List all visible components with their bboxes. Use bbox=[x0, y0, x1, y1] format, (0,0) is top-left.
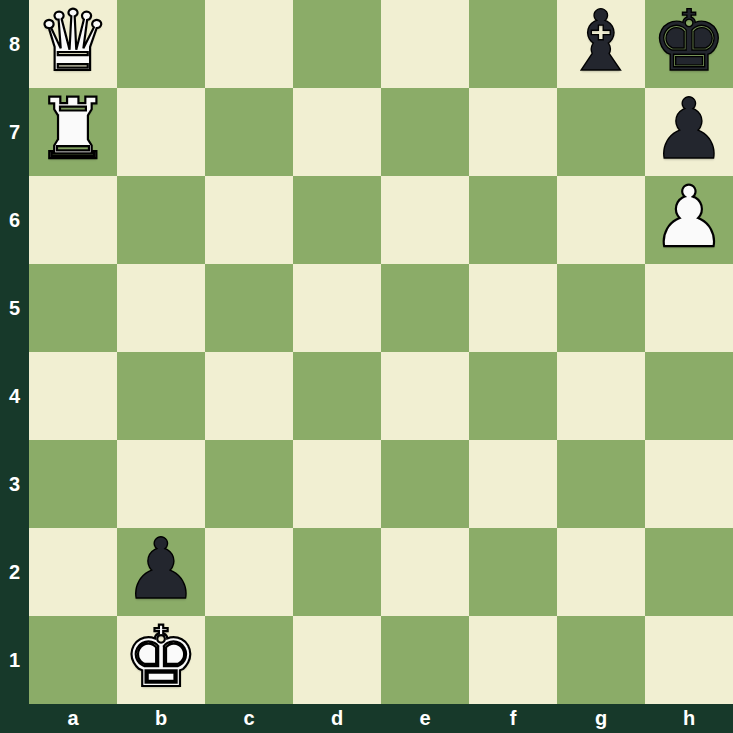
file-label-e: e bbox=[381, 704, 469, 733]
rank-label-6: 6 bbox=[0, 176, 29, 264]
file-label-a: a bbox=[29, 704, 117, 733]
square-b7[interactable] bbox=[117, 88, 205, 176]
square-b6[interactable] bbox=[117, 176, 205, 264]
square-h5[interactable] bbox=[645, 264, 733, 352]
square-g6[interactable] bbox=[557, 176, 645, 264]
square-g3[interactable] bbox=[557, 440, 645, 528]
rank-label-1: 1 bbox=[0, 616, 29, 704]
piece-black-pawn[interactable]: ♟ bbox=[651, 85, 726, 173]
square-d6[interactable] bbox=[293, 176, 381, 264]
square-f4[interactable] bbox=[469, 352, 557, 440]
square-h1[interactable] bbox=[645, 616, 733, 704]
square-e3[interactable] bbox=[381, 440, 469, 528]
file-label-h: h bbox=[645, 704, 733, 733]
square-b4[interactable] bbox=[117, 352, 205, 440]
square-a1[interactable] bbox=[29, 616, 117, 704]
square-d5[interactable] bbox=[293, 264, 381, 352]
square-f7[interactable] bbox=[469, 88, 557, 176]
square-f3[interactable] bbox=[469, 440, 557, 528]
square-h8[interactable]: ♚ bbox=[645, 0, 733, 88]
square-e5[interactable] bbox=[381, 264, 469, 352]
square-g7[interactable] bbox=[557, 88, 645, 176]
square-f6[interactable] bbox=[469, 176, 557, 264]
square-c8[interactable] bbox=[205, 0, 293, 88]
square-h3[interactable] bbox=[645, 440, 733, 528]
square-g5[interactable] bbox=[557, 264, 645, 352]
file-labels: abcdefgh bbox=[29, 704, 733, 733]
rank-label-3: 3 bbox=[0, 440, 29, 528]
square-g8[interactable]: ♝ bbox=[557, 0, 645, 88]
square-d4[interactable] bbox=[293, 352, 381, 440]
square-e7[interactable] bbox=[381, 88, 469, 176]
file-label-d: d bbox=[293, 704, 381, 733]
square-c7[interactable] bbox=[205, 88, 293, 176]
square-a4[interactable] bbox=[29, 352, 117, 440]
square-f5[interactable] bbox=[469, 264, 557, 352]
square-e4[interactable] bbox=[381, 352, 469, 440]
square-a8[interactable]: ♛ bbox=[29, 0, 117, 88]
square-e1[interactable] bbox=[381, 616, 469, 704]
square-g1[interactable] bbox=[557, 616, 645, 704]
square-f2[interactable] bbox=[469, 528, 557, 616]
square-f8[interactable] bbox=[469, 0, 557, 88]
square-d7[interactable] bbox=[293, 88, 381, 176]
piece-black-king[interactable]: ♚ bbox=[651, 0, 726, 85]
square-h7[interactable]: ♟ bbox=[645, 88, 733, 176]
square-c3[interactable] bbox=[205, 440, 293, 528]
square-c2[interactable] bbox=[205, 528, 293, 616]
rank-labels: 87654321 bbox=[0, 0, 29, 704]
square-a5[interactable] bbox=[29, 264, 117, 352]
square-d2[interactable] bbox=[293, 528, 381, 616]
chess-board-diagram: 87654321 ♛♝♚♜♟♟♟♚ abcdefgh bbox=[0, 0, 733, 733]
square-b5[interactable] bbox=[117, 264, 205, 352]
square-d1[interactable] bbox=[293, 616, 381, 704]
square-b3[interactable] bbox=[117, 440, 205, 528]
square-c6[interactable] bbox=[205, 176, 293, 264]
square-h2[interactable] bbox=[645, 528, 733, 616]
file-label-c: c bbox=[205, 704, 293, 733]
square-g2[interactable] bbox=[557, 528, 645, 616]
square-f1[interactable] bbox=[469, 616, 557, 704]
file-label-g: g bbox=[557, 704, 645, 733]
square-a2[interactable] bbox=[29, 528, 117, 616]
rank-label-5: 5 bbox=[0, 264, 29, 352]
square-e8[interactable] bbox=[381, 0, 469, 88]
piece-white-rook[interactable]: ♜ bbox=[35, 85, 110, 173]
rank-label-4: 4 bbox=[0, 352, 29, 440]
square-a6[interactable] bbox=[29, 176, 117, 264]
square-e2[interactable] bbox=[381, 528, 469, 616]
piece-black-pawn[interactable]: ♟ bbox=[123, 525, 198, 613]
file-label-f: f bbox=[469, 704, 557, 733]
square-d8[interactable] bbox=[293, 0, 381, 88]
piece-white-queen[interactable]: ♛ bbox=[35, 0, 110, 85]
piece-white-pawn[interactable]: ♟ bbox=[651, 173, 726, 261]
square-b2[interactable]: ♟ bbox=[117, 528, 205, 616]
rank-label-8: 8 bbox=[0, 0, 29, 88]
piece-white-king[interactable]: ♚ bbox=[123, 613, 198, 701]
piece-black-bishop[interactable]: ♝ bbox=[563, 0, 638, 85]
board: ♛♝♚♜♟♟♟♚ bbox=[29, 0, 733, 704]
square-b1[interactable]: ♚ bbox=[117, 616, 205, 704]
square-h6[interactable]: ♟ bbox=[645, 176, 733, 264]
file-label-b: b bbox=[117, 704, 205, 733]
rank-label-2: 2 bbox=[0, 528, 29, 616]
square-c5[interactable] bbox=[205, 264, 293, 352]
square-b8[interactable] bbox=[117, 0, 205, 88]
rank-label-7: 7 bbox=[0, 88, 29, 176]
square-h4[interactable] bbox=[645, 352, 733, 440]
square-e6[interactable] bbox=[381, 176, 469, 264]
square-a3[interactable] bbox=[29, 440, 117, 528]
square-a7[interactable]: ♜ bbox=[29, 88, 117, 176]
square-g4[interactable] bbox=[557, 352, 645, 440]
square-c1[interactable] bbox=[205, 616, 293, 704]
board-corner bbox=[0, 704, 29, 733]
square-d3[interactable] bbox=[293, 440, 381, 528]
square-c4[interactable] bbox=[205, 352, 293, 440]
